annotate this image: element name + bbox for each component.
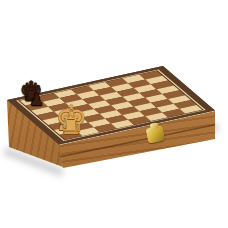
piece-layer: ♜♞♝♛♚♝♞♜♟♟♟♟♟♟♟♟♟♟♟♟♟♟♟♟♜♞♝♛♚♝♞♜: [0, 0, 228, 228]
chess-set-photo: ♜♞♝♛♚♝♞♜♟♟♟♟♟♟♟♟♟♟♟♟♟♟♟♟♜♞♝♛♚♝♞♜: [0, 0, 228, 228]
piece-white-rook[interactable]: ♜: [60, 114, 82, 139]
piece-black-pawn[interactable]: ♟: [30, 94, 44, 110]
